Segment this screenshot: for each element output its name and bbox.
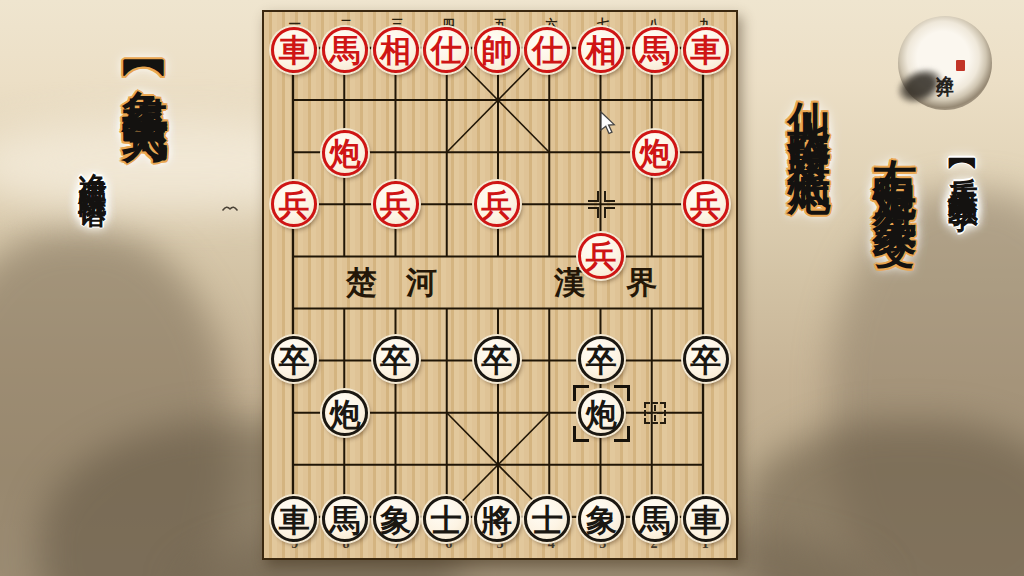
last-move-marker-origin-cross [588,191,615,218]
piece-character: 兵 [380,190,411,221]
bird-icon [222,204,238,213]
piece-red-cannon[interactable]: 炮 [632,130,678,176]
piece-character: 車 [690,505,721,536]
piece-red-elephant[interactable]: 相 [373,27,419,73]
piece-character: 卒 [481,345,512,376]
channel-logo: 净弈 [898,16,992,110]
piece-red-cannon[interactable]: 炮 [322,130,368,176]
video-frame: 净弈棋院棋谱 【象棋千式飞刀】 仙人指路对卒底炮 右中炮对飞左象变 【后手体系教… [0,0,1024,576]
piece-black-chariot[interactable]: 車 [683,496,729,542]
piece-character: 馬 [329,505,360,536]
course-tag: 【后手体系教学】 [948,148,978,188]
piece-character: 仕 [532,35,563,66]
piece-character: 車 [279,505,310,536]
xiangqi-board[interactable]: 一二三四五六七八九 987654321 楚河 漢界 車馬相仕帥仕相馬車炮炮兵兵兵… [262,10,738,560]
piece-red-soldier[interactable]: 兵 [474,181,520,227]
piece-character: 象 [380,505,411,536]
piece-character: 相 [380,35,411,66]
piece-character: 卒 [690,345,721,376]
piece-red-horse[interactable]: 馬 [632,27,678,73]
piece-character: 炮 [329,138,360,169]
piece-character: 馬 [329,35,360,66]
opening-subtitle: 仙人指路对卒底炮 [788,68,831,148]
piece-character: 兵 [279,190,310,221]
last-move-marker-origin-square [644,402,666,424]
piece-character: 象 [586,505,617,536]
piece-character: 卒 [279,345,310,376]
piece-red-soldier[interactable]: 兵 [683,181,729,227]
piece-red-chariot[interactable]: 車 [683,27,729,73]
logo-text: 净弈 [933,61,957,65]
piece-character: 卒 [586,345,617,376]
piece-black-advisor[interactable]: 士 [524,496,570,542]
piece-character: 車 [279,35,310,66]
piece-character: 兵 [481,190,512,221]
piece-character: 士 [431,505,462,536]
piece-character: 馬 [640,505,671,536]
red-seal [956,60,965,71]
last-move-marker-dest-brackets [573,385,630,442]
piece-black-general[interactable]: 將 [474,496,520,542]
piece-black-elephant[interactable]: 象 [373,496,419,542]
piece-character: 仕 [431,35,462,66]
series-title: 【象棋千式飞刀】 [122,46,168,102]
piece-red-general[interactable]: 帥 [474,27,520,73]
piece-red-chariot[interactable]: 車 [271,27,317,73]
piece-character: 相 [586,35,617,66]
piece-red-soldier[interactable]: 兵 [578,233,624,279]
piece-black-horse[interactable]: 馬 [632,496,678,542]
piece-black-cannon[interactable]: 炮 [322,390,368,436]
piece-black-soldier[interactable]: 卒 [271,336,317,382]
piece-black-soldier[interactable]: 卒 [683,336,729,382]
piece-black-soldier[interactable]: 卒 [373,336,419,382]
piece-black-chariot[interactable]: 車 [271,496,317,542]
piece-character: 士 [532,505,563,536]
piece-character: 炮 [640,138,671,169]
piece-red-advisor[interactable]: 仕 [423,27,469,73]
piece-character: 兵 [690,190,721,221]
piece-black-soldier[interactable]: 卒 [474,336,520,382]
piece-black-elephant[interactable]: 象 [578,496,624,542]
piece-character: 將 [481,505,512,536]
piece-character: 馬 [640,35,671,66]
channel-title: 净弈棋院棋谱 [78,150,106,180]
piece-red-horse[interactable]: 馬 [322,27,368,73]
piece-character: 帥 [481,35,512,66]
piece-red-soldier[interactable]: 兵 [271,181,317,227]
piece-black-advisor[interactable]: 士 [423,496,469,542]
piece-character: 卒 [380,345,411,376]
opening-title: 右中炮对飞左象变 [872,124,916,196]
piece-black-horse[interactable]: 馬 [322,496,368,542]
piece-character: 兵 [586,241,617,272]
mouse-cursor [600,111,620,137]
piece-character: 車 [690,35,721,66]
piece-black-soldier[interactable]: 卒 [578,336,624,382]
piece-red-advisor[interactable]: 仕 [524,27,570,73]
piece-character: 炮 [329,399,360,430]
piece-red-elephant[interactable]: 相 [578,27,624,73]
piece-red-soldier[interactable]: 兵 [373,181,419,227]
piece-grid: 車馬相仕帥仕相馬車炮炮兵兵兵兵兵卒卒卒卒卒炮炮車馬象士將士象馬車 [269,24,731,545]
